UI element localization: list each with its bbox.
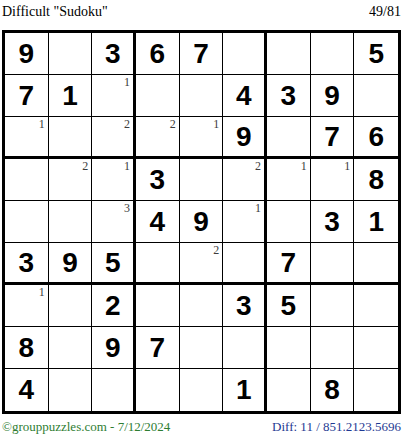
pencil-mark: 1 <box>124 76 130 88</box>
given-digit: 3 <box>105 40 121 68</box>
cell-r4c6[interactable]: 2 <box>223 159 267 201</box>
given-digit: 1 <box>368 208 384 236</box>
puzzle-title: Difficult "Sudoku" <box>2 5 108 19</box>
cell-r8c2[interactable] <box>49 327 93 369</box>
cell-r1c4[interactable]: 6 <box>136 33 180 75</box>
pencil-mark: 2 <box>213 244 219 256</box>
cell-r7c4[interactable] <box>136 285 180 327</box>
pencil-mark: 1 <box>124 160 130 172</box>
cell-r9c4[interactable] <box>136 369 180 411</box>
given-digit: 4 <box>19 376 35 404</box>
cell-r5c6[interactable]: 1 <box>223 201 267 243</box>
pencil-mark: 1 <box>39 118 45 130</box>
cell-r4c8[interactable]: 1 <box>311 159 355 201</box>
given-digit: 6 <box>368 123 384 151</box>
given-digit: 1 <box>62 82 78 110</box>
given-digit: 3 <box>324 208 340 236</box>
given-digit: 4 <box>236 82 252 110</box>
cell-r9c5[interactable] <box>180 369 224 411</box>
pencil-mark: 1 <box>39 286 45 298</box>
cell-r6c1[interactable]: 3 <box>5 243 49 285</box>
cell-r2c9[interactable] <box>354 75 398 117</box>
pencil-mark: 1 <box>301 160 307 172</box>
cell-r6c6[interactable] <box>223 243 267 285</box>
cell-r5c3[interactable]: 3 <box>92 201 136 243</box>
cell-r5c1[interactable] <box>5 201 49 243</box>
given-digit: 1 <box>236 376 252 404</box>
cell-r4c1[interactable] <box>5 159 49 201</box>
cell-r1c9[interactable]: 5 <box>354 33 398 75</box>
given-digit: 7 <box>150 334 166 362</box>
cell-r6c2[interactable]: 9 <box>49 243 93 285</box>
given-digit: 9 <box>324 82 340 110</box>
cell-r4c9[interactable]: 8 <box>354 159 398 201</box>
cell-r8c3[interactable]: 9 <box>92 327 136 369</box>
pencil-mark: 2 <box>255 160 261 172</box>
given-digit: 7 <box>19 82 35 110</box>
cell-r3c3[interactable]: 2 <box>92 117 136 159</box>
given-digit: 4 <box>150 208 166 236</box>
cell-r5c5[interactable]: 9 <box>180 201 224 243</box>
cell-r2c7[interactable]: 3 <box>267 75 311 117</box>
cell-r1c2[interactable] <box>49 33 93 75</box>
pencil-mark: 2 <box>82 160 88 172</box>
given-digit: 3 <box>150 166 166 194</box>
pencil-mark: 1 <box>344 160 350 172</box>
given-digit: 5 <box>105 249 121 277</box>
cell-r9c8[interactable]: 8 <box>311 369 355 411</box>
cell-r1c6[interactable] <box>223 33 267 75</box>
cell-r9c7[interactable] <box>267 369 311 411</box>
given-digit: 7 <box>324 123 340 151</box>
cell-r9c2[interactable] <box>49 369 93 411</box>
given-digit: 8 <box>324 376 340 404</box>
cell-r7c9[interactable] <box>354 285 398 327</box>
cell-r1c7[interactable] <box>267 33 311 75</box>
cell-r7c5[interactable] <box>180 285 224 327</box>
cell-r5c4[interactable]: 4 <box>136 201 180 243</box>
cell-r3c5[interactable]: 1 <box>180 117 224 159</box>
cell-r3c1[interactable]: 1 <box>5 117 49 159</box>
cell-r3c9[interactable]: 6 <box>354 117 398 159</box>
cell-r7c7[interactable]: 5 <box>267 285 311 327</box>
sudoku-grid: 9367571143912219762132118349131395271235… <box>2 30 401 414</box>
cell-r3c7[interactable] <box>267 117 311 159</box>
given-digit: 7 <box>193 40 209 68</box>
cell-r7c8[interactable] <box>311 285 355 327</box>
cell-r6c7[interactable]: 7 <box>267 243 311 285</box>
cell-r8c8[interactable] <box>311 327 355 369</box>
given-digit: 9 <box>19 40 35 68</box>
cell-r4c2[interactable]: 2 <box>49 159 93 201</box>
cell-r8c7[interactable] <box>267 327 311 369</box>
cell-r1c3[interactable]: 3 <box>92 33 136 75</box>
given-digit: 9 <box>105 334 121 362</box>
given-digit: 6 <box>150 40 166 68</box>
pencil-mark: 1 <box>213 118 219 130</box>
cell-r2c8[interactable]: 9 <box>311 75 355 117</box>
cell-r9c3[interactable] <box>92 369 136 411</box>
given-digit: 5 <box>368 40 384 68</box>
pencil-mark: 1 <box>255 202 261 214</box>
cell-r8c6[interactable] <box>223 327 267 369</box>
cell-r2c1[interactable]: 7 <box>5 75 49 117</box>
given-digit: 2 <box>105 292 121 320</box>
given-digit: 8 <box>19 334 35 362</box>
given-digit: 5 <box>281 292 297 320</box>
cell-r7c2[interactable] <box>49 285 93 327</box>
cell-r8c5[interactable] <box>180 327 224 369</box>
cell-r6c5[interactable]: 2 <box>180 243 224 285</box>
cell-r1c1[interactable]: 9 <box>5 33 49 75</box>
cell-r7c6[interactable]: 3 <box>223 285 267 327</box>
cell-r5c2[interactable] <box>49 201 93 243</box>
cell-r4c4[interactable]: 3 <box>136 159 180 201</box>
cell-r5c7[interactable] <box>267 201 311 243</box>
cell-r9c1[interactable]: 4 <box>5 369 49 411</box>
cell-r3c2[interactable] <box>49 117 93 159</box>
cell-r6c9[interactable] <box>354 243 398 285</box>
given-digit: 3 <box>281 82 297 110</box>
cell-r2c3[interactable]: 1 <box>92 75 136 117</box>
cell-r1c5[interactable]: 7 <box>180 33 224 75</box>
cell-r2c4[interactable] <box>136 75 180 117</box>
pencil-mark: 2 <box>124 118 130 130</box>
given-digit: 3 <box>236 292 252 320</box>
cell-r1c8[interactable] <box>311 33 355 75</box>
given-digit: 9 <box>236 123 252 151</box>
given-digit: 3 <box>19 249 35 277</box>
given-digit: 7 <box>281 249 297 277</box>
cell-r5c9[interactable]: 1 <box>354 201 398 243</box>
pencil-mark: 3 <box>124 202 130 214</box>
cell-r4c7[interactable]: 1 <box>267 159 311 201</box>
pencil-mark: 2 <box>170 118 176 130</box>
cell-r2c5[interactable] <box>180 75 224 117</box>
puzzle-counter: 49/81 <box>369 5 401 19</box>
cell-r5c8[interactable]: 3 <box>311 201 355 243</box>
cell-r7c1[interactable]: 1 <box>5 285 49 327</box>
cell-r4c5[interactable] <box>180 159 224 201</box>
cell-r2c2[interactable]: 1 <box>49 75 93 117</box>
cell-r3c6[interactable]: 9 <box>223 117 267 159</box>
given-digit: 8 <box>368 166 384 194</box>
cell-r3c4[interactable]: 2 <box>136 117 180 159</box>
cell-r9c9[interactable] <box>354 369 398 411</box>
cell-r2c6[interactable]: 4 <box>223 75 267 117</box>
given-digit: 9 <box>62 249 78 277</box>
cell-r4c3[interactable]: 1 <box>92 159 136 201</box>
cell-r3c8[interactable]: 7 <box>311 117 355 159</box>
cell-r6c8[interactable] <box>311 243 355 285</box>
cell-r6c4[interactable] <box>136 243 180 285</box>
cell-r8c9[interactable] <box>354 327 398 369</box>
copyright-date-text: ©grouppuzzles.com - 7/12/2024 <box>2 420 170 433</box>
difficulty-text: Diff: 11 / 851.2123.5696 <box>272 420 401 433</box>
cell-r7c3[interactable]: 2 <box>92 285 136 327</box>
cell-r8c4[interactable]: 7 <box>136 327 180 369</box>
cell-r6c3[interactable]: 5 <box>92 243 136 285</box>
cell-r9c6[interactable]: 1 <box>223 369 267 411</box>
cell-r8c1[interactable]: 8 <box>5 327 49 369</box>
given-digit: 9 <box>193 208 209 236</box>
